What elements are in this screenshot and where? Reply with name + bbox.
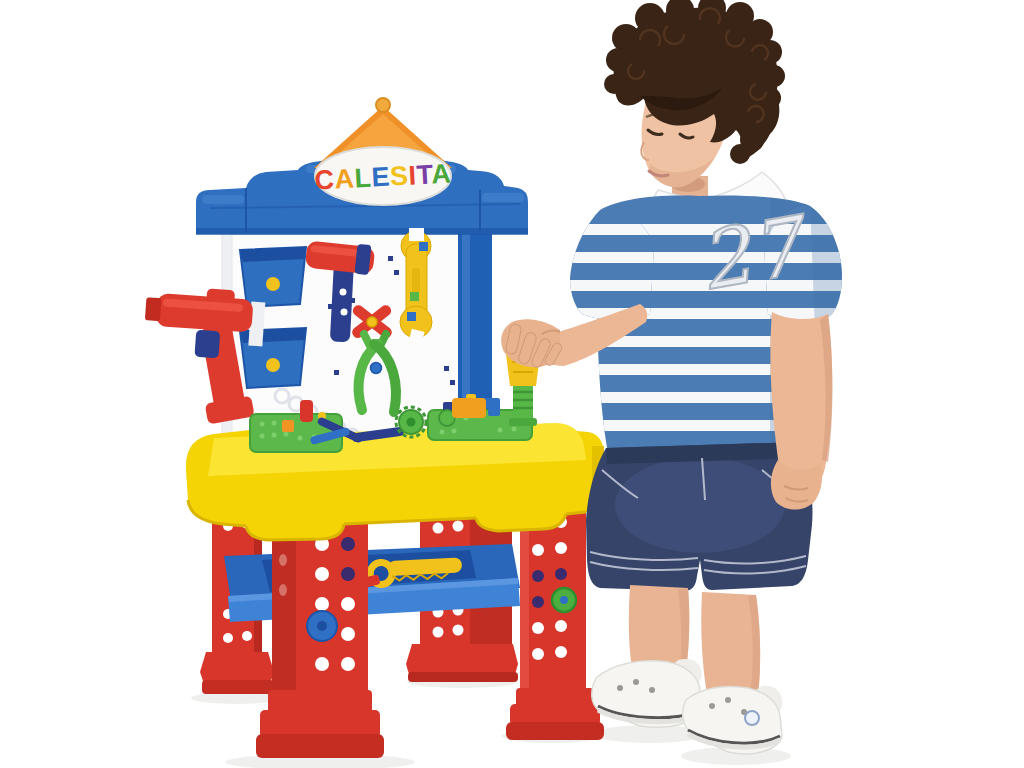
blue-wheel-knob bbox=[307, 611, 337, 641]
support-column bbox=[458, 222, 492, 412]
shoe-logo bbox=[745, 711, 759, 725]
storage-bin-top bbox=[240, 247, 306, 307]
green-gear-knob bbox=[552, 588, 576, 612]
photo-scene: CALESITA bbox=[0, 0, 1024, 768]
sign-finial bbox=[376, 98, 390, 112]
bench-top bbox=[186, 423, 604, 540]
